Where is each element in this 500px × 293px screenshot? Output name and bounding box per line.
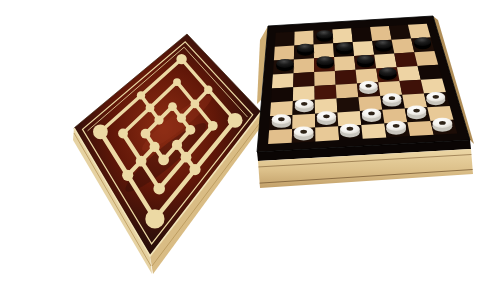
checkers-square-r7c2[interactable] <box>315 126 339 141</box>
product-photo-scene <box>0 0 500 293</box>
piece-top <box>336 43 353 52</box>
checkers-square-r3c7[interactable] <box>418 65 443 80</box>
piece-hole <box>393 124 400 128</box>
checkers-square-r0c7[interactable] <box>408 24 431 39</box>
checkers-square-r3c0[interactable] <box>272 73 294 88</box>
piece-top <box>379 67 397 76</box>
piece-hole <box>433 95 439 99</box>
morris-point-17[interactable] <box>177 114 186 123</box>
morris-point-3[interactable] <box>189 164 200 175</box>
checkers-square-r4c1[interactable] <box>293 86 315 101</box>
checkers-piece-black[interactable] <box>317 56 335 69</box>
piece-top <box>317 56 334 65</box>
checkers-piece-black[interactable] <box>414 37 431 50</box>
checkers-square-r0c4[interactable] <box>351 27 372 42</box>
morris-point-23[interactable] <box>154 116 163 125</box>
checkers-square-r1c6[interactable] <box>392 39 415 54</box>
checkers-square-r7c4[interactable] <box>361 124 386 139</box>
morris-point-2[interactable] <box>228 113 243 128</box>
morris-point-22[interactable] <box>141 129 151 139</box>
morris-point-1[interactable] <box>204 86 212 94</box>
morris-point-12[interactable] <box>153 183 165 195</box>
morris-point-8[interactable] <box>173 78 181 86</box>
checkers-piece-black[interactable] <box>336 43 353 56</box>
checkers-piece-white[interactable] <box>359 81 378 95</box>
checkers-square-r0c6[interactable] <box>389 25 411 40</box>
morris-point-19[interactable] <box>172 140 182 150</box>
morris-point-0[interactable] <box>176 54 186 64</box>
checkers-square-r1c0[interactable] <box>274 46 294 61</box>
piece-hole <box>301 102 307 106</box>
piece-top <box>375 40 392 49</box>
checkers-square-r4c3[interactable] <box>336 84 359 99</box>
piece-hole <box>323 114 330 118</box>
piece-hole <box>347 127 354 131</box>
checkers-piece-white[interactable] <box>433 118 454 133</box>
checkers-square-r3c1[interactable] <box>293 72 314 87</box>
checkers-piece-white[interactable] <box>294 127 315 142</box>
checkers-piece-white[interactable] <box>295 99 315 113</box>
morris-point-4[interactable] <box>145 209 164 228</box>
piece-top <box>276 59 293 68</box>
morris-point-18[interactable] <box>186 125 196 135</box>
morris-point-21[interactable] <box>150 142 160 152</box>
checkers-square-r3c3[interactable] <box>335 70 357 85</box>
checkers-square-r2c5[interactable] <box>374 54 397 69</box>
morris-point-9[interactable] <box>191 100 200 109</box>
checkers-board <box>257 16 474 188</box>
checkers-square-r0c1[interactable] <box>294 31 313 46</box>
checkers-piece-white[interactable] <box>362 108 382 123</box>
morris-point-20[interactable] <box>158 155 169 166</box>
checkers-square-r2c3[interactable] <box>334 56 356 71</box>
checkers-square-r2c6[interactable] <box>394 52 417 67</box>
checkers-square-r2c1[interactable] <box>294 58 315 73</box>
checkers-square-r4c0[interactable] <box>271 87 293 102</box>
morris-point-14[interactable] <box>118 129 128 139</box>
checkers-piece-black[interactable] <box>375 40 392 53</box>
checkers-square-r7c0[interactable] <box>268 129 292 144</box>
checkers-piece-black[interactable] <box>276 59 294 72</box>
checkers-piece-white[interactable] <box>340 124 361 139</box>
checkers-piece-black[interactable] <box>379 67 398 80</box>
board-games-illustration <box>0 0 500 293</box>
checkers-square-r1c2[interactable] <box>314 43 334 58</box>
checkers-piece-black[interactable] <box>316 30 333 42</box>
checkers-square-r4c7[interactable] <box>421 79 446 94</box>
piece-hole <box>300 130 307 134</box>
morris-point-11[interactable] <box>181 152 192 163</box>
piece-top <box>297 44 314 53</box>
checkers-piece-black[interactable] <box>297 44 314 57</box>
checkers-piece-white[interactable] <box>383 93 403 107</box>
checkers-square-r3c2[interactable] <box>314 71 336 86</box>
piece-hole <box>439 121 446 125</box>
piece-top <box>357 55 374 64</box>
nine-mens-morris-board <box>73 34 263 274</box>
checkers-piece-white[interactable] <box>407 106 427 121</box>
checkers-square-r3c6[interactable] <box>397 66 421 81</box>
morris-point-15[interactable] <box>146 103 155 112</box>
piece-top <box>414 37 431 46</box>
morris-point-16[interactable] <box>168 102 177 111</box>
checkers-piece-white[interactable] <box>426 92 446 106</box>
checkers-square-r7c6[interactable] <box>407 121 433 136</box>
checkers-square-r4c2[interactable] <box>315 85 337 100</box>
morris-point-13[interactable] <box>136 156 147 167</box>
morris-point-10[interactable] <box>208 121 218 131</box>
piece-hole <box>365 84 371 88</box>
checkers-piece-white[interactable] <box>386 121 407 136</box>
checkers-square-r1c4[interactable] <box>353 41 375 56</box>
morris-point-5[interactable] <box>122 170 133 181</box>
checkers-square-r0c3[interactable] <box>332 28 352 43</box>
checkers-square-r4c6[interactable] <box>400 80 425 95</box>
piece-hole <box>368 112 375 116</box>
piece-hole <box>278 117 285 121</box>
piece-hole <box>389 96 395 100</box>
checkers-square-r5c0[interactable] <box>270 101 293 116</box>
piece-hole <box>413 109 420 113</box>
checkers-piece-black[interactable] <box>357 55 375 68</box>
piece-top <box>316 30 332 38</box>
morris-point-7[interactable] <box>137 91 145 99</box>
checkers-piece-white[interactable] <box>272 114 292 129</box>
checkers-square-r5c3[interactable] <box>337 97 360 112</box>
checkers-square-r0c0[interactable] <box>275 32 295 47</box>
checkers-piece-white[interactable] <box>317 111 337 126</box>
checkers-square-r0c5[interactable] <box>370 26 392 41</box>
morris-point-6[interactable] <box>93 124 108 139</box>
checkers-square-r2c7[interactable] <box>414 51 438 66</box>
